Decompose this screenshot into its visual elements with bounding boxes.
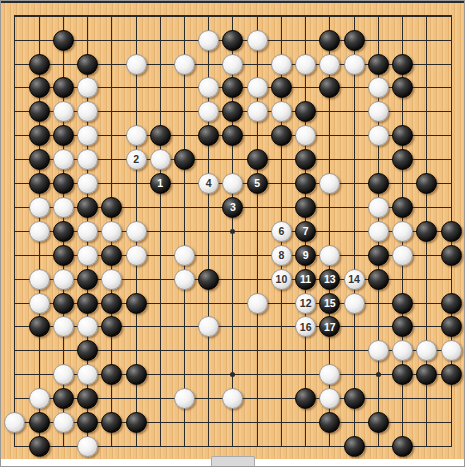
black-stone bbox=[101, 293, 122, 314]
white-stone bbox=[368, 197, 389, 218]
black-stone bbox=[368, 245, 389, 266]
black-stone: 11 bbox=[295, 269, 316, 290]
black-stone bbox=[319, 30, 340, 51]
move-number-label: 16 bbox=[300, 322, 312, 333]
black-stone bbox=[29, 54, 50, 75]
white-stone bbox=[344, 54, 365, 75]
black-stone bbox=[271, 125, 292, 146]
white-stone bbox=[368, 125, 389, 146]
black-stone bbox=[53, 245, 74, 266]
black-stone bbox=[416, 221, 437, 242]
black-stone bbox=[295, 197, 316, 218]
white-stone bbox=[126, 125, 147, 146]
black-stone bbox=[53, 221, 74, 242]
white-stone bbox=[77, 245, 98, 266]
black-stone bbox=[441, 221, 462, 242]
go-diagram-screen: 2145367891011131412151617 bbox=[0, 0, 465, 467]
white-stone bbox=[174, 269, 195, 290]
white-stone bbox=[29, 269, 50, 290]
white-stone bbox=[77, 221, 98, 242]
black-stone: 15 bbox=[319, 293, 340, 314]
black-stone bbox=[29, 316, 50, 337]
white-stone bbox=[247, 101, 268, 122]
white-stone bbox=[441, 340, 462, 361]
white-stone bbox=[319, 54, 340, 75]
black-stone bbox=[77, 293, 98, 314]
black-stone bbox=[344, 436, 365, 457]
black-stone bbox=[368, 54, 389, 75]
white-stone bbox=[271, 54, 292, 75]
black-stone bbox=[368, 269, 389, 290]
white-stone bbox=[101, 221, 122, 242]
black-stone bbox=[247, 149, 268, 170]
white-stone bbox=[174, 245, 195, 266]
black-stone bbox=[53, 30, 74, 51]
black-stone bbox=[53, 125, 74, 146]
black-stone bbox=[53, 173, 74, 194]
white-stone bbox=[29, 197, 50, 218]
move-number-label: 14 bbox=[348, 274, 360, 285]
white-stone bbox=[319, 245, 340, 266]
black-stone bbox=[29, 149, 50, 170]
white-stone bbox=[29, 293, 50, 314]
white-stone: 8 bbox=[271, 245, 292, 266]
white-stone bbox=[77, 436, 98, 457]
black-stone bbox=[295, 173, 316, 194]
black-stone bbox=[126, 293, 147, 314]
black-stone bbox=[222, 30, 243, 51]
move-number-label: 6 bbox=[279, 226, 285, 237]
black-stone bbox=[77, 269, 98, 290]
white-stone bbox=[368, 340, 389, 361]
black-stone bbox=[368, 412, 389, 433]
white-stone bbox=[174, 54, 195, 75]
black-stone bbox=[101, 245, 122, 266]
white-stone: 10 bbox=[271, 269, 292, 290]
black-stone: 9 bbox=[295, 245, 316, 266]
bottom-ui-fragment[interactable] bbox=[211, 456, 255, 466]
white-stone bbox=[29, 221, 50, 242]
bottom-strip bbox=[1, 459, 464, 466]
white-stone: 12 bbox=[295, 293, 316, 314]
move-number-label: 9 bbox=[303, 250, 309, 261]
move-number-label: 3 bbox=[230, 202, 236, 213]
black-stone bbox=[344, 30, 365, 51]
black-stone bbox=[29, 101, 50, 122]
move-number-label: 2 bbox=[133, 154, 139, 165]
move-number-label: 7 bbox=[303, 226, 309, 237]
white-stone: 2 bbox=[126, 149, 147, 170]
black-stone bbox=[150, 125, 171, 146]
black-stone bbox=[198, 269, 219, 290]
black-stone bbox=[29, 125, 50, 146]
black-stone bbox=[29, 173, 50, 194]
black-stone bbox=[53, 388, 74, 409]
black-stone bbox=[441, 245, 462, 266]
black-stone bbox=[29, 436, 50, 457]
move-number-label: 15 bbox=[324, 298, 336, 309]
black-stone bbox=[77, 197, 98, 218]
white-stone bbox=[392, 245, 413, 266]
white-stone bbox=[368, 101, 389, 122]
black-stone bbox=[441, 364, 462, 385]
white-stone bbox=[247, 77, 268, 98]
white-stone bbox=[29, 388, 50, 409]
white-stone bbox=[53, 149, 74, 170]
black-stone: 5 bbox=[247, 173, 268, 194]
black-stone bbox=[77, 54, 98, 75]
black-stone bbox=[368, 173, 389, 194]
white-stone: 6 bbox=[271, 221, 292, 242]
move-number-label: 4 bbox=[206, 178, 212, 189]
white-stone bbox=[198, 30, 219, 51]
white-stone bbox=[247, 293, 268, 314]
white-stone bbox=[126, 221, 147, 242]
black-stone bbox=[174, 149, 195, 170]
black-stone bbox=[392, 293, 413, 314]
white-stone bbox=[101, 269, 122, 290]
move-number-label: 12 bbox=[300, 298, 312, 309]
white-stone bbox=[150, 149, 171, 170]
move-number-label: 5 bbox=[254, 178, 260, 189]
move-number-label: 17 bbox=[324, 322, 336, 333]
black-stone bbox=[344, 388, 365, 409]
white-stone bbox=[295, 54, 316, 75]
white-stone bbox=[53, 364, 74, 385]
white-stone bbox=[77, 173, 98, 194]
white-stone bbox=[174, 388, 195, 409]
black-stone bbox=[392, 436, 413, 457]
move-number-label: 8 bbox=[279, 250, 285, 261]
white-stone bbox=[344, 293, 365, 314]
white-stone bbox=[53, 412, 74, 433]
black-stone: 7 bbox=[295, 221, 316, 242]
black-stone bbox=[29, 77, 50, 98]
black-stone bbox=[77, 412, 98, 433]
white-stone bbox=[247, 30, 268, 51]
move-number-label: 1 bbox=[157, 178, 163, 189]
black-stone bbox=[126, 364, 147, 385]
white-stone bbox=[53, 269, 74, 290]
white-stone: 14 bbox=[344, 269, 365, 290]
black-stone bbox=[29, 412, 50, 433]
move-number-label: 10 bbox=[276, 274, 288, 285]
black-stone bbox=[441, 316, 462, 337]
white-stone bbox=[222, 54, 243, 75]
white-stone bbox=[126, 245, 147, 266]
white-stone bbox=[126, 54, 147, 75]
black-stone: 13 bbox=[319, 269, 340, 290]
move-number-label: 13 bbox=[324, 274, 336, 285]
move-number-label: 11 bbox=[300, 274, 311, 285]
black-stone bbox=[53, 293, 74, 314]
black-stone bbox=[392, 54, 413, 75]
black-stone: 1 bbox=[150, 173, 171, 194]
black-stone bbox=[392, 197, 413, 218]
black-stone bbox=[126, 412, 147, 433]
black-stone bbox=[441, 293, 462, 314]
go-board: 2145367891011131412151617 bbox=[1, 1, 465, 460]
white-stone bbox=[392, 221, 413, 242]
white-stone bbox=[53, 197, 74, 218]
white-stone bbox=[368, 221, 389, 242]
